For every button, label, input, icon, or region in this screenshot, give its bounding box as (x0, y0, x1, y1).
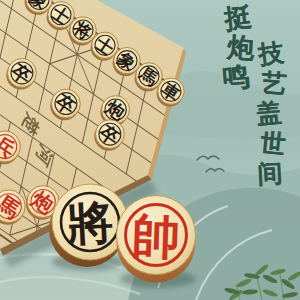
red-general-glyph: 帥 (131, 207, 181, 265)
calligraphy-char: 世 (250, 128, 296, 157)
calligraphy-char: 挺 (215, 2, 262, 34)
xiangqi-splash: 楚河 象士将士象馬車炮卒卒卒兵炮馬 將 帥 车挺炮鸣技艺盖世间 (0, 0, 300, 300)
calligraphy-char: 间 (247, 159, 292, 186)
calligraphy-char: 艺 (251, 69, 297, 97)
calligraphy-char: 技 (248, 38, 295, 68)
black-general-glyph: 將 (65, 195, 115, 251)
red-general-piece: 帥 (117, 196, 197, 289)
calligraphy-char: 盖 (246, 99, 292, 128)
black-general-piece: 將 (49, 184, 128, 271)
